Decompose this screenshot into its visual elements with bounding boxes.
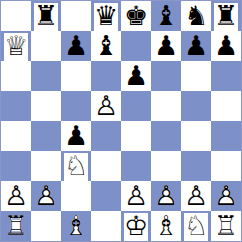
piece-glyph: ♙ (184, 181, 208, 211)
piece-glyph: ♚ (124, 1, 148, 31)
piece-glyph: ♙ (154, 181, 178, 211)
piece-glyph: ♙ (34, 181, 58, 211)
square-g1[interactable]: ♞♘ (181, 211, 211, 241)
square-h7[interactable]: ♟ (211, 31, 241, 61)
square-a6[interactable] (1, 61, 31, 91)
piece-glyph: ♙ (214, 181, 238, 211)
white-pawn[interactable]: ♟♙ (124, 181, 148, 211)
square-d2[interactable] (91, 181, 121, 211)
square-a4[interactable] (1, 121, 31, 151)
square-c4[interactable]: ♟ (61, 121, 91, 151)
square-b6[interactable] (31, 61, 61, 91)
white-pawn[interactable]: ♟♙ (184, 181, 208, 211)
piece-glyph: ♕ (4, 31, 28, 61)
square-e8[interactable]: ♚ (121, 1, 151, 31)
square-a1[interactable]: ♜♖ (1, 211, 31, 241)
square-e4[interactable] (121, 121, 151, 151)
piece-glyph: ♘ (64, 151, 88, 181)
piece-glyph: ♜ (214, 1, 238, 31)
square-b8[interactable]: ♜ (31, 1, 61, 31)
piece-glyph: ♟ (184, 31, 208, 61)
white-bishop[interactable]: ♝♗ (154, 211, 178, 241)
square-f7[interactable]: ♟ (151, 31, 181, 61)
piece-glyph: ♖ (214, 211, 238, 241)
white-pawn[interactable]: ♟♙ (4, 181, 28, 211)
square-h5[interactable] (211, 91, 241, 121)
white-rook[interactable]: ♜♖ (4, 211, 28, 241)
square-f6[interactable] (151, 61, 181, 91)
square-b2[interactable]: ♟♙ (31, 181, 61, 211)
piece-glyph: ♟ (64, 121, 88, 151)
black-rook[interactable]: ♜ (34, 1, 58, 31)
square-a2[interactable]: ♟♙ (1, 181, 31, 211)
black-king[interactable]: ♚ (124, 1, 148, 31)
square-e1[interactable]: ♚♔ (121, 211, 151, 241)
piece-glyph: ♗ (154, 211, 178, 241)
square-g2[interactable]: ♟♙ (181, 181, 211, 211)
square-b1[interactable] (31, 211, 61, 241)
black-knight[interactable]: ♞ (184, 1, 208, 31)
square-d3[interactable] (91, 151, 121, 181)
square-f5[interactable] (151, 91, 181, 121)
piece-glyph: ♟ (214, 31, 238, 61)
square-f8[interactable]: ♝ (151, 1, 181, 31)
piece-glyph: ♙ (94, 91, 118, 121)
square-g3[interactable] (181, 151, 211, 181)
square-c8[interactable] (61, 1, 91, 31)
piece-glyph: ♖ (4, 211, 28, 241)
square-c5[interactable] (61, 91, 91, 121)
square-d7[interactable]: ♝ (91, 31, 121, 61)
black-queen[interactable]: ♛ (94, 1, 118, 31)
square-c3[interactable]: ♞♘ (61, 151, 91, 181)
square-f1[interactable]: ♝♗ (151, 211, 181, 241)
black-bishop[interactable]: ♝ (154, 1, 178, 31)
white-queen[interactable]: ♛♕ (4, 31, 28, 61)
square-f2[interactable]: ♟♙ (151, 181, 181, 211)
black-pawn[interactable]: ♟ (64, 31, 88, 61)
square-e3[interactable] (121, 151, 151, 181)
square-h1[interactable]: ♜♖ (211, 211, 241, 241)
piece-glyph: ♝ (94, 31, 118, 61)
white-knight[interactable]: ♞♘ (64, 151, 88, 181)
square-g6[interactable] (181, 61, 211, 91)
square-h2[interactable]: ♟♙ (211, 181, 241, 211)
white-rook[interactable]: ♜♖ (214, 211, 238, 241)
square-g4[interactable] (181, 121, 211, 151)
white-pawn[interactable]: ♟♙ (34, 181, 58, 211)
chess-board-grid: ♜♛♚♝♞♜♛♕♟♝♟♟♟♟♟♙♟♞♘♟♙♟♙♟♙♟♙♟♙♟♙♜♖♝♗♚♔♝♗♞… (1, 1, 241, 241)
square-e6[interactable]: ♟ (121, 61, 151, 91)
square-a3[interactable] (1, 151, 31, 181)
black-pawn[interactable]: ♟ (184, 31, 208, 61)
square-a5[interactable] (1, 91, 31, 121)
square-d5[interactable]: ♟♙ (91, 91, 121, 121)
square-d6[interactable] (91, 61, 121, 91)
square-h3[interactable] (211, 151, 241, 181)
piece-glyph: ♙ (124, 181, 148, 211)
white-pawn[interactable]: ♟♙ (214, 181, 238, 211)
square-h6[interactable] (211, 61, 241, 91)
square-g8[interactable]: ♞ (181, 1, 211, 31)
square-e5[interactable] (121, 91, 151, 121)
piece-glyph: ♘ (184, 211, 208, 241)
piece-glyph: ♟ (124, 61, 148, 91)
square-d8[interactable]: ♛ (91, 1, 121, 31)
white-knight[interactable]: ♞♘ (184, 211, 208, 241)
square-h8[interactable]: ♜ (211, 1, 241, 31)
square-h4[interactable] (211, 121, 241, 151)
square-f3[interactable] (151, 151, 181, 181)
piece-glyph: ♟ (64, 31, 88, 61)
piece-glyph: ♛ (94, 1, 118, 31)
square-g7[interactable]: ♟ (181, 31, 211, 61)
white-king[interactable]: ♚♔ (124, 211, 148, 241)
black-bishop[interactable]: ♝ (94, 31, 118, 61)
piece-glyph: ♞ (184, 1, 208, 31)
square-b3[interactable] (31, 151, 61, 181)
square-a8[interactable] (1, 1, 31, 31)
square-c6[interactable] (61, 61, 91, 91)
black-pawn[interactable]: ♟ (124, 61, 148, 91)
black-pawn[interactable]: ♟ (64, 121, 88, 151)
black-rook[interactable]: ♜ (214, 1, 238, 31)
chess-board: ♜♛♚♝♞♜♛♕♟♝♟♟♟♟♟♙♟♞♘♟♙♟♙♟♙♟♙♟♙♟♙♜♖♝♗♚♔♝♗♞… (0, 0, 242, 242)
square-b4[interactable] (31, 121, 61, 151)
piece-glyph: ♟ (154, 31, 178, 61)
piece-glyph: ♜ (34, 1, 58, 31)
square-c7[interactable]: ♟ (61, 31, 91, 61)
black-pawn[interactable]: ♟ (214, 31, 238, 61)
square-b7[interactable] (31, 31, 61, 61)
black-pawn[interactable]: ♟ (154, 31, 178, 61)
white-pawn[interactable]: ♟♙ (94, 91, 118, 121)
square-g5[interactable] (181, 91, 211, 121)
square-e2[interactable]: ♟♙ (121, 181, 151, 211)
square-d1[interactable] (91, 211, 121, 241)
square-c1[interactable]: ♝♗ (61, 211, 91, 241)
piece-glyph: ♝ (154, 1, 178, 31)
square-b5[interactable] (31, 91, 61, 121)
piece-glyph: ♙ (4, 181, 28, 211)
square-f4[interactable] (151, 121, 181, 151)
white-pawn[interactable]: ♟♙ (154, 181, 178, 211)
square-a7[interactable]: ♛♕ (1, 31, 31, 61)
white-bishop[interactable]: ♝♗ (64, 211, 88, 241)
square-d4[interactable] (91, 121, 121, 151)
piece-glyph: ♗ (64, 211, 88, 241)
square-e7[interactable] (121, 31, 151, 61)
piece-glyph: ♔ (124, 211, 148, 241)
square-c2[interactable] (61, 181, 91, 211)
